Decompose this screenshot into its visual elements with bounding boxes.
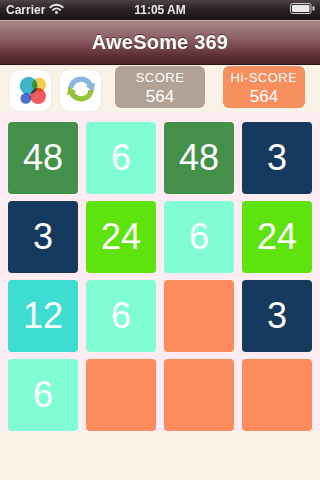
toolbar: SCORE 564 Hi-SCORE 564 <box>0 65 320 113</box>
tile-24: 24 <box>86 201 156 273</box>
nav-bar: AweSome 369 <box>0 20 320 65</box>
battery-full-icon <box>290 3 315 17</box>
hi-score-label: Hi-SCORE <box>223 70 305 86</box>
page-title: AweSome 369 <box>92 31 228 54</box>
tile-3: 3 <box>8 201 78 273</box>
tile-3: 3 <box>242 122 312 194</box>
score-box: SCORE 564 <box>115 66 205 108</box>
wifi-icon <box>49 3 64 17</box>
score-value: 564 <box>115 86 205 107</box>
refresh-icon <box>65 73 97 109</box>
score-label: SCORE <box>115 70 205 86</box>
tile-6: 6 <box>8 359 78 431</box>
board-grid[interactable]: 48648332462412636 <box>8 122 312 431</box>
restart-button[interactable] <box>60 70 101 111</box>
tile-6: 6 <box>86 122 156 194</box>
tile-6: 6 <box>164 201 234 273</box>
game-center-button[interactable] <box>10 70 51 111</box>
tile-48: 48 <box>164 122 234 194</box>
empty-cell <box>164 359 234 431</box>
tile-12: 12 <box>8 280 78 352</box>
tile-6: 6 <box>86 280 156 352</box>
hi-score-value: 564 <box>223 86 305 107</box>
tile-24: 24 <box>242 201 312 273</box>
empty-cell <box>164 280 234 352</box>
tile-48: 48 <box>8 122 78 194</box>
status-bar: Carrier 11:05 AM <box>0 0 320 20</box>
hi-score-box: Hi-SCORE 564 <box>223 66 305 108</box>
empty-cell <box>86 359 156 431</box>
empty-cell <box>242 359 312 431</box>
game-center-icon <box>15 73 47 109</box>
carrier-label: Carrier <box>6 3 45 17</box>
board-background: 48648332462412636 <box>0 113 320 431</box>
tile-3: 3 <box>242 280 312 352</box>
